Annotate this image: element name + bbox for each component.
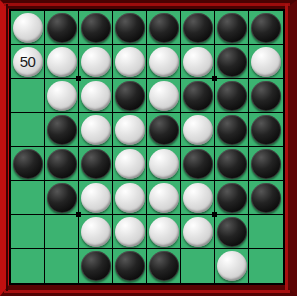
cell-a4[interactable] <box>11 113 45 147</box>
board-grid: 50 <box>11 11 283 283</box>
disc-black <box>251 81 281 111</box>
cell-d2[interactable] <box>113 45 147 79</box>
disc-black <box>81 13 111 43</box>
cell-e1[interactable] <box>147 11 181 45</box>
cell-e7[interactable] <box>147 215 181 249</box>
disc-white <box>183 183 213 213</box>
disc-white <box>115 115 145 145</box>
disc-white <box>149 47 179 77</box>
cell-d5[interactable] <box>113 147 147 181</box>
cell-a8[interactable] <box>11 249 45 283</box>
disc-black <box>47 183 77 213</box>
star-point <box>212 76 217 81</box>
othello-board: 50 <box>9 9 285 285</box>
cell-c1[interactable] <box>79 11 113 45</box>
disc-black <box>149 13 179 43</box>
cell-e2[interactable] <box>147 45 181 79</box>
cell-h2[interactable] <box>249 45 283 79</box>
cell-h7[interactable] <box>249 215 283 249</box>
cell-a6[interactable] <box>11 181 45 215</box>
disc-black <box>217 149 247 179</box>
disc-black <box>217 13 247 43</box>
disc-white: 50 <box>13 47 43 77</box>
disc-white <box>115 149 145 179</box>
cell-g8[interactable] <box>215 249 249 283</box>
cell-g5[interactable] <box>215 147 249 181</box>
cell-e4[interactable] <box>147 113 181 147</box>
disc-black <box>251 115 281 145</box>
cell-a5[interactable] <box>11 147 45 181</box>
disc-black <box>149 251 179 281</box>
disc-white <box>251 47 281 77</box>
disc-black <box>13 149 43 179</box>
cell-c7[interactable] <box>79 215 113 249</box>
disc-white <box>81 183 111 213</box>
disc-black <box>183 13 213 43</box>
cell-d3[interactable] <box>113 79 147 113</box>
cell-b8[interactable] <box>45 249 79 283</box>
cell-d8[interactable] <box>113 249 147 283</box>
cell-b7[interactable] <box>45 215 79 249</box>
cell-f8[interactable] <box>181 249 215 283</box>
frame-shade-left <box>6 4 8 291</box>
cell-g6[interactable] <box>215 181 249 215</box>
cell-b2[interactable] <box>45 45 79 79</box>
cell-e6[interactable] <box>147 181 181 215</box>
cell-f1[interactable] <box>181 11 215 45</box>
disc-black <box>183 81 213 111</box>
star-point <box>76 212 81 217</box>
disc-black <box>47 149 77 179</box>
disc-black <box>47 13 77 43</box>
cell-e8[interactable] <box>147 249 181 283</box>
cell-e5[interactable] <box>147 147 181 181</box>
cell-f2[interactable] <box>181 45 215 79</box>
cell-c3[interactable] <box>79 79 113 113</box>
disc-white <box>149 149 179 179</box>
move-number-label: 50 <box>20 54 36 69</box>
cell-a1[interactable] <box>11 11 45 45</box>
cell-h8[interactable] <box>249 249 283 283</box>
disc-white <box>81 81 111 111</box>
cell-a2[interactable]: 50 <box>11 45 45 79</box>
star-point <box>212 212 217 217</box>
cell-c2[interactable] <box>79 45 113 79</box>
disc-black <box>81 149 111 179</box>
disc-black <box>217 115 247 145</box>
disc-white <box>81 47 111 77</box>
disc-black <box>47 115 77 145</box>
cell-f4[interactable] <box>181 113 215 147</box>
cell-b4[interactable] <box>45 113 79 147</box>
disc-black <box>115 81 145 111</box>
frame-highlight-top <box>4 3 290 6</box>
disc-white <box>81 217 111 247</box>
cell-h1[interactable] <box>249 11 283 45</box>
cell-a7[interactable] <box>11 215 45 249</box>
disc-white <box>183 217 213 247</box>
cell-h5[interactable] <box>249 147 283 181</box>
cell-a3[interactable] <box>11 79 45 113</box>
cell-c6[interactable] <box>79 181 113 215</box>
disc-white <box>183 115 213 145</box>
cell-h6[interactable] <box>249 181 283 215</box>
cell-g1[interactable] <box>215 11 249 45</box>
cell-d7[interactable] <box>113 215 147 249</box>
disc-white <box>149 183 179 213</box>
cell-f7[interactable] <box>181 215 215 249</box>
disc-white <box>13 13 43 43</box>
disc-white <box>115 183 145 213</box>
disc-black <box>81 251 111 281</box>
disc-white <box>149 217 179 247</box>
cell-h3[interactable] <box>249 79 283 113</box>
disc-white <box>115 47 145 77</box>
disc-black <box>251 183 281 213</box>
frame-highlight-bottom <box>4 290 290 293</box>
othello-app-window: 50 <box>0 0 297 296</box>
disc-black <box>251 13 281 43</box>
cell-h4[interactable] <box>249 113 283 147</box>
disc-black <box>217 217 247 247</box>
cell-g3[interactable] <box>215 79 249 113</box>
disc-black <box>149 115 179 145</box>
disc-black <box>115 13 145 43</box>
disc-white <box>47 81 77 111</box>
cell-b3[interactable] <box>45 79 79 113</box>
cell-f3[interactable] <box>181 79 215 113</box>
cell-g7[interactable] <box>215 215 249 249</box>
cell-d6[interactable] <box>113 181 147 215</box>
cell-d1[interactable] <box>113 11 147 45</box>
disc-white <box>47 47 77 77</box>
cell-c4[interactable] <box>79 113 113 147</box>
cell-g4[interactable] <box>215 113 249 147</box>
disc-black <box>217 47 247 77</box>
cell-f5[interactable] <box>181 147 215 181</box>
disc-white <box>81 115 111 145</box>
cell-f6[interactable] <box>181 181 215 215</box>
disc-black <box>217 183 247 213</box>
cell-b6[interactable] <box>45 181 79 215</box>
disc-white <box>183 47 213 77</box>
cell-b1[interactable] <box>45 11 79 45</box>
cell-c8[interactable] <box>79 249 113 283</box>
disc-black <box>183 149 213 179</box>
disc-white <box>217 251 247 281</box>
cell-b5[interactable] <box>45 147 79 181</box>
cell-d4[interactable] <box>113 113 147 147</box>
cell-e3[interactable] <box>147 79 181 113</box>
frame-highlight-right <box>285 4 288 291</box>
disc-black <box>115 251 145 281</box>
disc-white <box>149 81 179 111</box>
cell-g2[interactable] <box>215 45 249 79</box>
disc-black <box>251 149 281 179</box>
star-point <box>76 76 81 81</box>
disc-white <box>115 217 145 247</box>
cell-c5[interactable] <box>79 147 113 181</box>
disc-black <box>217 81 247 111</box>
